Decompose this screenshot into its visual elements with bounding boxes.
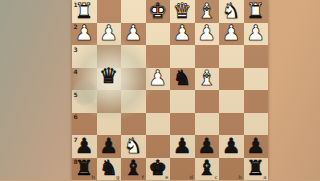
rank-label-4: 4 bbox=[74, 68, 78, 75]
square-d8[interactable]: d bbox=[170, 158, 195, 181]
square-f5[interactable] bbox=[121, 90, 146, 113]
square-a1[interactable]: ♜ bbox=[244, 0, 269, 23]
square-h5[interactable]: 5 bbox=[72, 90, 97, 113]
square-h8[interactable]: 8h♜ bbox=[72, 158, 97, 181]
square-d2[interactable]: ♟ bbox=[170, 23, 195, 46]
square-c4[interactable]: ♝ bbox=[195, 68, 220, 91]
square-e4[interactable]: ♟ bbox=[146, 68, 171, 91]
piece-white-pawn-g2[interactable]: ♟ bbox=[97, 23, 122, 46]
square-h2[interactable]: 2♟ bbox=[72, 23, 97, 46]
square-b8[interactable]: b bbox=[219, 158, 244, 181]
piece-black-rook-a8[interactable]: ♜ bbox=[244, 158, 269, 181]
square-c5[interactable] bbox=[195, 90, 220, 113]
square-f6[interactable] bbox=[121, 113, 146, 136]
piece-black-pawn-c7[interactable]: ♟ bbox=[195, 135, 220, 158]
square-f7[interactable]: ♞ bbox=[121, 135, 146, 158]
square-c1[interactable]: ♝ bbox=[195, 0, 220, 23]
square-e1[interactable]: ♚ bbox=[146, 0, 171, 23]
piece-black-knight-d4[interactable]: ♞ bbox=[170, 68, 195, 91]
rank-label-5: 5 bbox=[74, 91, 78, 98]
square-g8[interactable]: g♞ bbox=[97, 158, 122, 181]
piece-white-knight-b1[interactable]: ♞ bbox=[219, 0, 244, 23]
square-b2[interactable]: ♟ bbox=[219, 23, 244, 46]
square-h3[interactable]: 3 bbox=[72, 45, 97, 68]
square-h1[interactable]: 1♜ bbox=[72, 0, 97, 23]
square-c8[interactable]: c♝ bbox=[195, 158, 220, 181]
square-f8[interactable]: f♝ bbox=[121, 158, 146, 181]
square-b7[interactable]: ♟ bbox=[219, 135, 244, 158]
file-label-d: d bbox=[189, 174, 193, 180]
piece-white-queen-d1[interactable]: ♛ bbox=[170, 0, 195, 23]
square-f4[interactable] bbox=[121, 68, 146, 91]
square-c6[interactable] bbox=[195, 113, 220, 136]
piece-white-king-e1[interactable]: ♚ bbox=[146, 0, 171, 23]
piece-white-rook-a1[interactable]: ♜ bbox=[244, 0, 269, 23]
square-e2[interactable] bbox=[146, 23, 171, 46]
square-f3[interactable] bbox=[121, 45, 146, 68]
piece-white-rook-h1[interactable]: ♜ bbox=[72, 0, 97, 23]
piece-black-rook-h8[interactable]: ♜ bbox=[72, 158, 97, 181]
square-g1[interactable] bbox=[97, 0, 122, 23]
square-a4[interactable] bbox=[244, 68, 269, 91]
square-f1[interactable] bbox=[121, 0, 146, 23]
square-a3[interactable] bbox=[244, 45, 269, 68]
square-e7[interactable] bbox=[146, 135, 171, 158]
piece-white-pawn-a2[interactable]: ♟ bbox=[244, 23, 269, 46]
square-e6[interactable] bbox=[146, 113, 171, 136]
piece-white-bishop-c1[interactable]: ♝ bbox=[195, 0, 220, 23]
piece-black-pawn-a7[interactable]: ♟ bbox=[244, 135, 269, 158]
square-b1[interactable]: ♞ bbox=[219, 0, 244, 23]
piece-white-pawn-e4[interactable]: ♟ bbox=[146, 68, 171, 91]
piece-white-pawn-h2[interactable]: ♟ bbox=[72, 23, 97, 46]
piece-black-knight-g8[interactable]: ♞ bbox=[97, 158, 122, 181]
piece-black-pawn-d7[interactable]: ♟ bbox=[170, 135, 195, 158]
square-d7[interactable]: ♟ bbox=[170, 135, 195, 158]
square-a5[interactable] bbox=[244, 90, 269, 113]
square-d5[interactable] bbox=[170, 90, 195, 113]
square-e5[interactable] bbox=[146, 90, 171, 113]
square-c2[interactable]: ♟ bbox=[195, 23, 220, 46]
square-a2[interactable]: ♟ bbox=[244, 23, 269, 46]
square-a8[interactable]: a♜ bbox=[244, 158, 269, 181]
square-h4[interactable]: 4 bbox=[72, 68, 97, 91]
rank-label-6: 6 bbox=[74, 113, 78, 120]
square-c7[interactable]: ♟ bbox=[195, 135, 220, 158]
piece-black-king-e8[interactable]: ♚ bbox=[146, 158, 171, 181]
square-e8[interactable]: e♚ bbox=[146, 158, 171, 181]
piece-white-knight-f7[interactable]: ♞ bbox=[121, 135, 146, 158]
piece-black-pawn-b7[interactable]: ♟ bbox=[219, 135, 244, 158]
square-g5[interactable] bbox=[97, 90, 122, 113]
square-h7[interactable]: 7♟ bbox=[72, 135, 97, 158]
square-g6[interactable] bbox=[97, 113, 122, 136]
square-g7[interactable]: ♟ bbox=[97, 135, 122, 158]
square-h6[interactable]: 6 bbox=[72, 113, 97, 136]
square-a6[interactable] bbox=[244, 113, 269, 136]
piece-white-pawn-f2[interactable]: ♟ bbox=[121, 23, 146, 46]
square-d1[interactable]: ♛ bbox=[170, 0, 195, 23]
piece-black-queen-g4[interactable]: ♛ bbox=[97, 65, 122, 88]
square-e3[interactable] bbox=[146, 45, 171, 68]
square-c3[interactable] bbox=[195, 45, 220, 68]
piece-white-pawn-d2[interactable]: ♟ bbox=[170, 23, 195, 46]
rank-label-3: 3 bbox=[74, 46, 78, 53]
chess-board: 1♜♚♛♝♞♜2♟♟♟♟♟♟♟34♛♟♞♝567♟♟♞♟♟♟♟8h♜g♞f♝e♚… bbox=[72, 0, 268, 180]
piece-black-pawn-g7[interactable]: ♟ bbox=[97, 135, 122, 158]
file-label-b: b bbox=[238, 174, 242, 180]
square-f2[interactable]: ♟ bbox=[121, 23, 146, 46]
square-d4[interactable]: ♞ bbox=[170, 68, 195, 91]
square-g4[interactable]: ♛ bbox=[97, 68, 122, 91]
piece-white-pawn-b2[interactable]: ♟ bbox=[219, 23, 244, 46]
piece-black-pawn-h7[interactable]: ♟ bbox=[72, 135, 97, 158]
square-b4[interactable] bbox=[219, 68, 244, 91]
square-g2[interactable]: ♟ bbox=[97, 23, 122, 46]
piece-black-bishop-f8[interactable]: ♝ bbox=[121, 158, 146, 181]
square-b5[interactable] bbox=[219, 90, 244, 113]
piece-white-pawn-c2[interactable]: ♟ bbox=[195, 23, 220, 46]
square-a7[interactable]: ♟ bbox=[244, 135, 269, 158]
square-b3[interactable] bbox=[219, 45, 244, 68]
square-d3[interactable] bbox=[170, 45, 195, 68]
square-b6[interactable] bbox=[219, 113, 244, 136]
piece-white-bishop-c4[interactable]: ♝ bbox=[195, 68, 220, 91]
piece-black-bishop-c8[interactable]: ♝ bbox=[195, 158, 220, 181]
square-d6[interactable] bbox=[170, 113, 195, 136]
